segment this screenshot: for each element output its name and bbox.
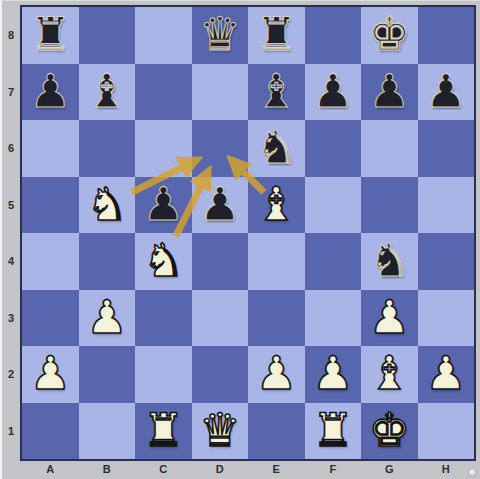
rank-labels: 87654321: [2, 7, 20, 459]
square-f8[interactable]: [305, 7, 362, 64]
rank-label-2: 2: [2, 346, 20, 403]
piece-white-pawn-e2[interactable]: ♟: [256, 350, 297, 396]
square-g2[interactable]: ♝: [361, 346, 418, 403]
square-a4[interactable]: [22, 233, 79, 290]
square-b7[interactable]: ♝: [79, 64, 136, 121]
piece-white-pawn-a2[interactable]: ♟: [30, 350, 71, 396]
square-g1[interactable]: ♚: [361, 403, 418, 460]
piece-white-queen-d1[interactable]: ♛: [199, 407, 240, 453]
square-c1[interactable]: ♜: [135, 403, 192, 460]
piece-white-pawn-g3[interactable]: ♟: [369, 294, 410, 340]
piece-black-queen-d8[interactable]: ♛: [199, 11, 240, 57]
piece-white-knight-b5[interactable]: ♞: [86, 181, 127, 227]
square-b4[interactable]: [79, 233, 136, 290]
piece-white-pawn-f2[interactable]: ♟: [312, 350, 353, 396]
square-d6[interactable]: [192, 120, 249, 177]
rank-label-6: 6: [2, 120, 20, 177]
file-labels: ABCDEFGH: [22, 459, 474, 479]
square-f6[interactable]: [305, 120, 362, 177]
square-c7[interactable]: [135, 64, 192, 121]
chess-app-window: ♜♛♜♚♟♝♝♟♟♟♞♞♟♟♝♞♞♟♟♟♟♟♝♟♜♛♜♚ 87654321 AB…: [0, 0, 480, 479]
square-e6[interactable]: ♞: [248, 120, 305, 177]
square-g5[interactable]: [361, 177, 418, 234]
rank-label-5: 5: [2, 177, 20, 234]
rank-label-4: 4: [2, 233, 20, 290]
square-c5[interactable]: ♟: [135, 177, 192, 234]
piece-white-rook-f1[interactable]: ♜: [312, 407, 353, 453]
square-h4[interactable]: [418, 233, 475, 290]
rank-label-7: 7: [2, 64, 20, 121]
square-d3[interactable]: [192, 290, 249, 347]
piece-white-knight-c4[interactable]: ♞: [143, 237, 184, 283]
piece-black-rook-e8[interactable]: ♜: [256, 11, 297, 57]
square-d1[interactable]: ♛: [192, 403, 249, 460]
piece-white-bishop-e5[interactable]: ♝: [256, 181, 297, 227]
square-e5[interactable]: ♝: [248, 177, 305, 234]
rank-label-3: 3: [2, 290, 20, 347]
piece-white-king-g1[interactable]: ♚: [369, 407, 410, 453]
square-g4[interactable]: ♞: [361, 233, 418, 290]
file-label-c: C: [135, 459, 192, 479]
square-d4[interactable]: [192, 233, 249, 290]
square-f5[interactable]: [305, 177, 362, 234]
square-d7[interactable]: [192, 64, 249, 121]
piece-white-bishop-g2[interactable]: ♝: [369, 350, 410, 396]
square-f2[interactable]: ♟: [305, 346, 362, 403]
square-f4[interactable]: [305, 233, 362, 290]
square-d8[interactable]: ♛: [192, 7, 249, 64]
rank-label-8: 8: [2, 7, 20, 64]
square-e8[interactable]: ♜: [248, 7, 305, 64]
square-c3[interactable]: [135, 290, 192, 347]
square-b1[interactable]: [79, 403, 136, 460]
square-g6[interactable]: [361, 120, 418, 177]
square-h2[interactable]: ♟: [418, 346, 475, 403]
square-h6[interactable]: [418, 120, 475, 177]
square-h3[interactable]: [418, 290, 475, 347]
square-e4[interactable]: [248, 233, 305, 290]
piece-black-rook-a8[interactable]: ♜: [30, 11, 71, 57]
square-d2[interactable]: [192, 346, 249, 403]
square-a3[interactable]: [22, 290, 79, 347]
square-a2[interactable]: ♟: [22, 346, 79, 403]
square-b2[interactable]: [79, 346, 136, 403]
square-c8[interactable]: [135, 7, 192, 64]
file-label-b: B: [79, 459, 136, 479]
square-f3[interactable]: [305, 290, 362, 347]
square-a6[interactable]: [22, 120, 79, 177]
square-h5[interactable]: [418, 177, 475, 234]
piece-black-pawn-c5[interactable]: ♟: [143, 181, 184, 227]
piece-white-pawn-b3[interactable]: ♟: [86, 294, 127, 340]
square-c4[interactable]: ♞: [135, 233, 192, 290]
piece-black-pawn-a7[interactable]: ♟: [30, 68, 71, 114]
piece-black-king-g8[interactable]: ♚: [369, 11, 410, 57]
file-label-g: G: [361, 459, 418, 479]
square-b3[interactable]: ♟: [79, 290, 136, 347]
square-a1[interactable]: [22, 403, 79, 460]
square-b5[interactable]: ♞: [79, 177, 136, 234]
piece-black-pawn-g7[interactable]: ♟: [369, 68, 410, 114]
file-label-a: A: [22, 459, 79, 479]
piece-white-rook-c1[interactable]: ♜: [143, 407, 184, 453]
file-label-h: H: [418, 459, 475, 479]
square-a5[interactable]: [22, 177, 79, 234]
square-h8[interactable]: [418, 7, 475, 64]
file-label-f: F: [305, 459, 362, 479]
square-e7[interactable]: ♝: [248, 64, 305, 121]
chess-board: ♜♛♜♚♟♝♝♟♟♟♞♞♟♟♝♞♞♟♟♟♟♟♝♟♜♛♜♚: [22, 7, 474, 459]
square-e3[interactable]: [248, 290, 305, 347]
piece-black-pawn-d5[interactable]: ♟: [199, 181, 240, 227]
piece-black-bishop-e7[interactable]: ♝: [256, 68, 297, 114]
square-b8[interactable]: [79, 7, 136, 64]
square-h7[interactable]: ♟: [418, 64, 475, 121]
square-g8[interactable]: ♚: [361, 7, 418, 64]
square-g3[interactable]: ♟: [361, 290, 418, 347]
file-label-d: D: [192, 459, 249, 479]
piece-white-pawn-h2[interactable]: ♟: [425, 350, 466, 396]
square-c2[interactable]: [135, 346, 192, 403]
square-f1[interactable]: ♜: [305, 403, 362, 460]
rank-label-1: 1: [2, 403, 20, 460]
piece-black-pawn-h7[interactable]: ♟: [425, 68, 466, 114]
file-label-e: E: [248, 459, 305, 479]
piece-black-bishop-b7[interactable]: ♝: [86, 68, 127, 114]
square-a7[interactable]: ♟: [22, 64, 79, 121]
square-b6[interactable]: [79, 120, 136, 177]
square-e2[interactable]: ♟: [248, 346, 305, 403]
square-h1[interactable]: [418, 403, 475, 460]
square-e1[interactable]: [248, 403, 305, 460]
square-f7[interactable]: ♟: [305, 64, 362, 121]
piece-black-knight-g4[interactable]: ♞: [369, 237, 410, 283]
square-g7[interactable]: ♟: [361, 64, 418, 121]
square-c6[interactable]: [135, 120, 192, 177]
piece-black-knight-e6[interactable]: ♞: [256, 124, 297, 170]
square-d5[interactable]: ♟: [192, 177, 249, 234]
square-a8[interactable]: ♜: [22, 7, 79, 64]
resize-grip-icon[interactable]: [468, 468, 477, 477]
piece-black-pawn-f7[interactable]: ♟: [312, 68, 353, 114]
